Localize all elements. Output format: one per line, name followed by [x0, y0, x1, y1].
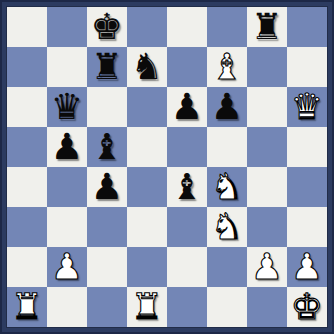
square-c2[interactable]	[87, 247, 127, 287]
square-b3[interactable]	[47, 207, 87, 247]
square-g3[interactable]	[247, 207, 287, 247]
square-e2[interactable]	[167, 247, 207, 287]
square-a1[interactable]: ♜	[7, 287, 47, 327]
square-c8[interactable]: ♚	[87, 7, 127, 47]
square-e7[interactable]	[167, 47, 207, 87]
square-h2[interactable]: ♟	[287, 247, 327, 287]
square-e5[interactable]	[167, 127, 207, 167]
black-rook-piece: ♜	[247, 7, 287, 47]
square-e6[interactable]: ♟	[167, 87, 207, 127]
square-h4[interactable]	[287, 167, 327, 207]
square-e3[interactable]	[167, 207, 207, 247]
square-b7[interactable]	[47, 47, 87, 87]
square-h5[interactable]	[287, 127, 327, 167]
square-e1[interactable]	[167, 287, 207, 327]
square-f3[interactable]: ♞	[207, 207, 247, 247]
square-f1[interactable]	[207, 287, 247, 327]
black-knight-piece: ♞	[127, 47, 167, 87]
white-rook-piece: ♜	[7, 287, 47, 327]
square-b2[interactable]: ♟	[47, 247, 87, 287]
square-f5[interactable]	[207, 127, 247, 167]
square-a2[interactable]	[7, 247, 47, 287]
square-f4[interactable]: ♞	[207, 167, 247, 207]
square-h8[interactable]	[287, 7, 327, 47]
square-h6[interactable]: ♛	[287, 87, 327, 127]
square-f7[interactable]: ♝	[207, 47, 247, 87]
square-f8[interactable]	[207, 7, 247, 47]
square-a5[interactable]	[7, 127, 47, 167]
black-queen-piece: ♛	[47, 87, 87, 127]
square-g4[interactable]	[247, 167, 287, 207]
square-g1[interactable]	[247, 287, 287, 327]
white-bishop-piece: ♝	[207, 47, 247, 87]
square-e4[interactable]: ♝	[167, 167, 207, 207]
square-e8[interactable]	[167, 7, 207, 47]
square-g6[interactable]	[247, 87, 287, 127]
white-pawn-piece: ♟	[247, 247, 287, 287]
square-g5[interactable]	[247, 127, 287, 167]
square-g8[interactable]: ♜	[247, 7, 287, 47]
square-c7[interactable]: ♜	[87, 47, 127, 87]
square-h7[interactable]	[287, 47, 327, 87]
square-d5[interactable]	[127, 127, 167, 167]
square-d1[interactable]: ♜	[127, 287, 167, 327]
black-king-piece: ♚	[87, 7, 127, 47]
square-b4[interactable]	[47, 167, 87, 207]
square-c5[interactable]: ♝	[87, 127, 127, 167]
square-g2[interactable]: ♟	[247, 247, 287, 287]
square-a8[interactable]	[7, 7, 47, 47]
square-f2[interactable]	[207, 247, 247, 287]
square-d2[interactable]	[127, 247, 167, 287]
square-a4[interactable]	[7, 167, 47, 207]
square-b6[interactable]: ♛	[47, 87, 87, 127]
square-c6[interactable]	[87, 87, 127, 127]
square-b8[interactable]	[47, 7, 87, 47]
square-a7[interactable]	[7, 47, 47, 87]
square-c3[interactable]	[87, 207, 127, 247]
square-d3[interactable]	[127, 207, 167, 247]
chess-board: ♚♜♜♞♝♛♟♟♛♟♝♟♝♞♞♟♟♟♜♜♚	[7, 7, 327, 327]
white-knight-piece: ♞	[207, 167, 247, 207]
chess-board-frame: ♚♜♜♞♝♛♟♟♛♟♝♟♝♞♞♟♟♟♜♜♚	[0, 0, 334, 334]
black-bishop-piece: ♝	[87, 127, 127, 167]
square-h3[interactable]	[287, 207, 327, 247]
square-d7[interactable]: ♞	[127, 47, 167, 87]
black-pawn-piece: ♟	[167, 87, 207, 127]
square-c4[interactable]: ♟	[87, 167, 127, 207]
black-rook-piece: ♜	[87, 47, 127, 87]
square-b1[interactable]	[47, 287, 87, 327]
square-g7[interactable]	[247, 47, 287, 87]
white-pawn-piece: ♟	[47, 247, 87, 287]
square-d8[interactable]	[127, 7, 167, 47]
white-king-piece: ♚	[287, 287, 327, 327]
black-pawn-piece: ♟	[207, 87, 247, 127]
square-h1[interactable]: ♚	[287, 287, 327, 327]
white-rook-piece: ♜	[127, 287, 167, 327]
black-pawn-piece: ♟	[87, 167, 127, 207]
white-knight-piece: ♞	[207, 207, 247, 247]
square-b5[interactable]: ♟	[47, 127, 87, 167]
square-a6[interactable]	[7, 87, 47, 127]
square-c1[interactable]	[87, 287, 127, 327]
square-d4[interactable]	[127, 167, 167, 207]
white-queen-piece: ♛	[287, 87, 327, 127]
square-a3[interactable]	[7, 207, 47, 247]
white-pawn-piece: ♟	[287, 247, 327, 287]
square-d6[interactable]	[127, 87, 167, 127]
square-f6[interactable]: ♟	[207, 87, 247, 127]
black-bishop-piece: ♝	[167, 167, 207, 207]
black-pawn-piece: ♟	[47, 127, 87, 167]
